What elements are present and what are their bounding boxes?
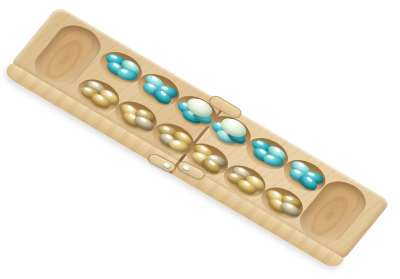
hinge-pin — [162, 161, 172, 169]
store-left-grain — [35, 25, 101, 87]
board-top-face — [9, 6, 391, 261]
mancala-board — [2, 6, 391, 270]
mancala-board-photo — [0, 0, 400, 279]
hinge-pin — [181, 164, 191, 172]
